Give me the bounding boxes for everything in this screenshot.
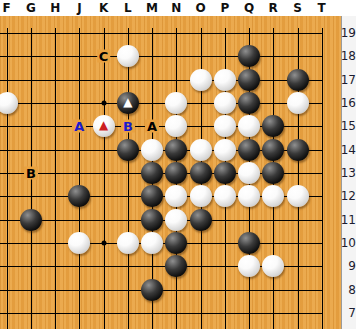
- white-stone-Q9[interactable]: [238, 255, 260, 277]
- row-label-10: 10: [341, 237, 356, 249]
- row-label-15: 15: [341, 120, 356, 132]
- white-stone-M10[interactable]: [141, 232, 163, 254]
- grid-line-vertical: [322, 28, 323, 329]
- row-label-14: 14: [341, 144, 356, 156]
- grid-line-horizontal: [0, 313, 323, 314]
- grid-line-vertical: [104, 28, 105, 329]
- white-stone-Q12[interactable]: [238, 185, 260, 207]
- white-stone-M14[interactable]: [141, 139, 163, 161]
- column-label-N: N: [171, 1, 181, 15]
- black-stone-O11[interactable]: [190, 209, 212, 231]
- row-label-16: 16: [341, 97, 356, 109]
- white-stone-O17[interactable]: [190, 69, 212, 91]
- grid-line-vertical: [7, 28, 8, 329]
- column-label-T: T: [318, 1, 326, 15]
- column-label-F: F: [3, 1, 11, 15]
- column-label-H: H: [50, 1, 60, 15]
- white-stone-K15[interactable]: ▲: [93, 115, 115, 137]
- column-label-J: J: [77, 1, 81, 15]
- black-stone-M11[interactable]: [141, 209, 163, 231]
- white-stone-P14[interactable]: [214, 139, 236, 161]
- white-stone-Q13[interactable]: [238, 162, 260, 184]
- board-label-B-G13[interactable]: B: [24, 167, 38, 180]
- black-stone-S14[interactable]: [287, 139, 309, 161]
- black-stone-N13[interactable]: [165, 162, 187, 184]
- white-stone-O12[interactable]: [190, 185, 212, 207]
- row-label-7: 7: [348, 307, 356, 319]
- triangle-marker: ▲: [123, 96, 132, 108]
- column-label-R: R: [269, 1, 278, 15]
- grid-line-vertical: [79, 28, 80, 329]
- white-stone-R9[interactable]: [262, 255, 284, 277]
- black-stone-R14[interactable]: [262, 139, 284, 161]
- column-label-L: L: [124, 1, 132, 15]
- black-stone-M12[interactable]: [141, 185, 163, 207]
- grid-line-horizontal: [0, 80, 323, 81]
- row-label-9: 9: [348, 260, 356, 272]
- grid-line-horizontal: [0, 33, 323, 34]
- column-label-M: M: [146, 1, 158, 15]
- white-stone-Q15[interactable]: [238, 115, 260, 137]
- black-stone-M8[interactable]: [141, 279, 163, 301]
- row-label-17: 17: [341, 74, 356, 86]
- black-stone-Q18[interactable]: [238, 45, 260, 67]
- grid-line-horizontal: [0, 56, 323, 57]
- black-stone-M13[interactable]: [141, 162, 163, 184]
- column-label-S: S: [293, 1, 302, 15]
- black-stone-G11[interactable]: [20, 209, 42, 231]
- black-stone-S17[interactable]: [287, 69, 309, 91]
- white-stone-P15[interactable]: [214, 115, 236, 137]
- black-stone-L14[interactable]: [117, 139, 139, 161]
- white-stone-N12[interactable]: [165, 185, 187, 207]
- white-stone-O14[interactable]: [190, 139, 212, 161]
- star-point-K16: [101, 101, 106, 106]
- column-label-O: O: [195, 1, 205, 15]
- black-stone-R13[interactable]: [262, 162, 284, 184]
- row-label-11: 11: [341, 214, 356, 226]
- board-label-C-K18[interactable]: C: [97, 50, 111, 63]
- row-label-18: 18: [341, 50, 356, 62]
- board-label-A-J15[interactable]: A: [72, 120, 86, 133]
- triangle-marker: ▲: [99, 119, 108, 131]
- white-stone-S16[interactable]: [287, 92, 309, 114]
- column-label-G: G: [26, 1, 36, 15]
- white-stone-F16[interactable]: [0, 92, 18, 114]
- column-label-P: P: [220, 1, 229, 15]
- white-stone-N11[interactable]: [165, 209, 187, 231]
- black-stone-Q14[interactable]: [238, 139, 260, 161]
- black-stone-Q16[interactable]: [238, 92, 260, 114]
- black-stone-Q17[interactable]: [238, 69, 260, 91]
- black-stone-N9[interactable]: [165, 255, 187, 277]
- column-label-K: K: [99, 1, 108, 15]
- black-stone-O13[interactable]: [190, 162, 212, 184]
- column-coordinates-strip: FGHJKLMNOPQRST: [0, 0, 356, 16]
- go-board[interactable]: ▲▲CABAB: [0, 16, 341, 329]
- row-label-13: 13: [341, 167, 356, 179]
- star-point-K10: [101, 241, 106, 246]
- column-label-Q: Q: [244, 1, 254, 15]
- black-stone-Q10[interactable]: [238, 232, 260, 254]
- white-stone-J10[interactable]: [68, 232, 90, 254]
- white-stone-P17[interactable]: [214, 69, 236, 91]
- white-stone-L10[interactable]: [117, 232, 139, 254]
- white-stone-L18[interactable]: [117, 45, 139, 67]
- black-stone-L16[interactable]: ▲: [117, 92, 139, 114]
- white-stone-S12[interactable]: [287, 185, 309, 207]
- black-stone-R15[interactable]: [262, 115, 284, 137]
- black-stone-J12[interactable]: [68, 185, 90, 207]
- black-stone-N14[interactable]: [165, 139, 187, 161]
- white-stone-N16[interactable]: [165, 92, 187, 114]
- row-label-19: 19: [341, 27, 356, 39]
- board-label-A-M15[interactable]: A: [145, 120, 159, 133]
- black-stone-P13[interactable]: [214, 162, 236, 184]
- white-stone-R12[interactable]: [262, 185, 284, 207]
- grid-line-vertical: [128, 28, 129, 329]
- grid-line-vertical: [55, 28, 56, 329]
- grid-line-horizontal: [0, 103, 323, 104]
- black-stone-N10[interactable]: [165, 232, 187, 254]
- white-stone-N15[interactable]: [165, 115, 187, 137]
- white-stone-P16[interactable]: [214, 92, 236, 114]
- white-stone-P12[interactable]: [214, 185, 236, 207]
- row-label-8: 8: [348, 284, 356, 296]
- board-label-B-L15[interactable]: B: [121, 120, 135, 133]
- row-label-12: 12: [341, 190, 356, 202]
- row-coordinates-strip: 19181716151413121110987: [341, 0, 356, 329]
